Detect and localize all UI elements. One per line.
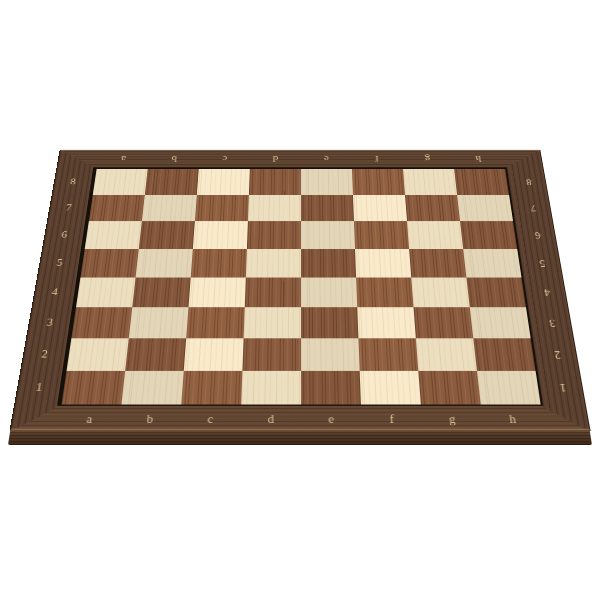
square-d8 <box>249 169 301 195</box>
square-d7 <box>248 195 301 222</box>
square-f4 <box>356 278 413 308</box>
square-h1 <box>477 371 541 405</box>
file-label-top-e: e <box>301 146 352 172</box>
square-d1 <box>241 371 301 405</box>
square-g2 <box>416 338 477 370</box>
square-b8 <box>145 169 199 195</box>
square-d2 <box>242 338 301 370</box>
square-g5 <box>409 249 466 278</box>
square-b7 <box>142 195 197 222</box>
square-g3 <box>413 307 473 338</box>
square-c1 <box>181 371 242 405</box>
square-a8 <box>93 169 148 195</box>
square-a2 <box>67 338 129 370</box>
square-g4 <box>411 278 470 308</box>
file-label-top-g: g <box>401 146 454 172</box>
chessboard-product-photo: abcdefgh abcdefgh 87654321 87654321 <box>0 0 600 600</box>
chessboard: abcdefgh abcdefgh 87654321 87654321 <box>9 150 590 431</box>
square-g6 <box>407 221 463 249</box>
square-c7 <box>195 195 249 222</box>
square-b4 <box>132 278 190 308</box>
square-g8 <box>403 169 457 195</box>
rank-label-left-1: 1 <box>14 363 64 414</box>
square-a5 <box>80 249 138 278</box>
square-h6 <box>460 221 517 249</box>
square-a1 <box>61 371 125 405</box>
square-f2 <box>358 338 418 370</box>
board-side-edge <box>8 430 592 445</box>
square-e5 <box>301 249 356 278</box>
rank-label-right-1: 1 <box>538 363 588 414</box>
square-h2 <box>473 338 535 370</box>
square-d5 <box>246 249 301 278</box>
square-a7 <box>89 195 145 222</box>
square-e4 <box>301 278 357 308</box>
square-c5 <box>191 249 247 278</box>
square-c8 <box>197 169 250 195</box>
file-label-top-b: b <box>147 146 200 172</box>
square-c6 <box>193 221 248 249</box>
file-label-top-h: h <box>451 146 505 172</box>
square-h5 <box>463 249 521 278</box>
square-e7 <box>301 195 354 222</box>
file-label-top-a: a <box>96 146 150 172</box>
square-h3 <box>470 307 531 338</box>
square-g1 <box>418 371 480 405</box>
square-e8 <box>301 169 353 195</box>
square-c3 <box>186 307 245 338</box>
file-label-top-d: d <box>250 146 301 172</box>
square-h8 <box>454 169 509 195</box>
square-d3 <box>244 307 301 338</box>
square-b1 <box>121 371 183 405</box>
square-h4 <box>466 278 526 308</box>
square-a6 <box>85 221 142 249</box>
square-e6 <box>301 221 355 249</box>
square-c4 <box>188 278 245 308</box>
square-b6 <box>139 221 195 249</box>
square-d4 <box>245 278 301 308</box>
square-a3 <box>71 307 132 338</box>
board-field <box>61 169 540 404</box>
square-g7 <box>405 195 460 222</box>
square-b2 <box>125 338 186 370</box>
square-f6 <box>354 221 409 249</box>
square-d6 <box>247 221 301 249</box>
square-a4 <box>76 278 136 308</box>
file-label-top-f: f <box>351 146 403 172</box>
square-h7 <box>457 195 513 222</box>
square-c2 <box>184 338 244 370</box>
square-f1 <box>360 371 421 405</box>
square-b5 <box>136 249 193 278</box>
square-f8 <box>352 169 405 195</box>
square-b3 <box>129 307 189 338</box>
square-e3 <box>301 307 358 338</box>
file-label-top-c: c <box>199 146 251 172</box>
square-f5 <box>355 249 411 278</box>
square-f3 <box>357 307 416 338</box>
square-e2 <box>301 338 360 370</box>
square-e1 <box>301 371 361 405</box>
square-f7 <box>353 195 407 222</box>
